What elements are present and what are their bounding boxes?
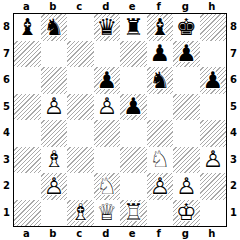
square-g7[interactable]: ♟ [173, 41, 200, 68]
piece-white-pawn-body: ♟ [200, 147, 227, 174]
square-c8[interactable] [67, 14, 94, 41]
chess-board: ♝♞♛♜♝♚♟♟♟♞♟♟♙♟♙♟♝♗♞♘♟♙♟♙♞♘♟♙♟♙♝♗♛♕♜♖♚♔ [13, 13, 227, 227]
file-label-top-g: g [172, 0, 199, 13]
piece-white-bishop: ♗ [41, 147, 68, 174]
square-h1[interactable] [200, 200, 227, 227]
square-b3[interactable]: ♝♗ [41, 147, 68, 174]
square-e2[interactable] [120, 173, 147, 200]
square-e8[interactable]: ♜ [120, 14, 147, 41]
piece-white-knight: ♘ [147, 147, 174, 174]
piece-white-pawn-body: ♟ [41, 94, 68, 121]
square-g5[interactable] [173, 94, 200, 121]
rank-label-left-6: 6 [0, 67, 13, 94]
square-a1[interactable] [14, 200, 41, 227]
file-label-bottom-e: e [119, 227, 146, 240]
square-c2[interactable] [67, 173, 94, 200]
rank-label-right-2: 2 [227, 173, 240, 200]
file-label-top-h: h [199, 0, 226, 13]
corner-spacer [0, 227, 13, 240]
square-h4[interactable] [200, 120, 227, 147]
square-c7[interactable] [67, 41, 94, 68]
piece-white-bishop: ♗ [67, 200, 94, 227]
file-label-bottom-b: b [40, 227, 67, 240]
piece-white-pawn-body: ♟ [173, 173, 200, 200]
square-f7[interactable]: ♟ [147, 41, 174, 68]
square-d7[interactable] [94, 41, 121, 68]
file-label-top-a: a [13, 0, 40, 13]
rank-label-right-5: 5 [227, 94, 240, 121]
file-label-top-c: c [66, 0, 93, 13]
rank-label-left-7: 7 [0, 41, 13, 68]
rank-label-right-7: 7 [227, 41, 240, 68]
piece-white-bishop-body: ♝ [41, 147, 68, 174]
square-g6[interactable] [173, 67, 200, 94]
square-h5[interactable] [200, 94, 227, 121]
file-label-bottom-f: f [146, 227, 173, 240]
square-b8[interactable]: ♞ [41, 14, 68, 41]
square-g1[interactable]: ♚♔ [173, 200, 200, 227]
square-f4[interactable] [147, 120, 174, 147]
square-a3[interactable] [14, 147, 41, 174]
square-h2[interactable] [200, 173, 227, 200]
piece-white-pawn: ♙ [41, 173, 68, 200]
rank-label-right-3: 3 [227, 147, 240, 174]
square-h6[interactable]: ♟ [200, 67, 227, 94]
square-d8[interactable]: ♛ [94, 14, 121, 41]
square-h7[interactable] [200, 41, 227, 68]
piece-white-pawn-body: ♟ [41, 173, 68, 200]
square-h8[interactable] [200, 14, 227, 41]
piece-white-queen: ♕ [94, 200, 121, 227]
square-b1[interactable] [41, 200, 68, 227]
file-label-bottom-h: h [199, 227, 226, 240]
square-a8[interactable]: ♝ [14, 14, 41, 41]
file-label-bottom-d: d [93, 227, 120, 240]
square-d5[interactable]: ♟♙ [94, 94, 121, 121]
square-d4[interactable] [94, 120, 121, 147]
piece-white-knight-body: ♞ [94, 173, 121, 200]
rank-label-right-8: 8 [227, 14, 240, 41]
corner-spacer [0, 0, 13, 13]
square-f2[interactable]: ♟♙ [147, 173, 174, 200]
square-e6[interactable] [120, 67, 147, 94]
piece-white-pawn: ♙ [200, 147, 227, 174]
square-e4[interactable] [120, 120, 147, 147]
piece-white-king: ♔ [173, 200, 200, 227]
square-a4[interactable] [14, 120, 41, 147]
piece-black-pawn: ♟ [120, 94, 147, 121]
square-f6[interactable]: ♞ [147, 67, 174, 94]
rank-label-left-1: 1 [0, 200, 13, 227]
piece-black-queen: ♛ [94, 14, 121, 41]
piece-black-pawn: ♟ [94, 67, 121, 94]
square-b2[interactable]: ♟♙ [41, 173, 68, 200]
rank-label-left-4: 4 [0, 120, 13, 147]
square-a5[interactable] [14, 94, 41, 121]
piece-white-pawn-body: ♟ [147, 173, 174, 200]
square-d2[interactable]: ♞♘ [94, 173, 121, 200]
file-label-bottom-g: g [172, 227, 199, 240]
rank-label-right-6: 6 [227, 67, 240, 94]
piece-black-rook: ♜ [120, 14, 147, 41]
corner-spacer [225, 0, 238, 13]
top-file-labels: abcdefgh [0, 0, 240, 13]
piece-white-pawn-body: ♟ [94, 94, 121, 121]
file-label-top-b: b [40, 0, 67, 13]
right-rank-labels: 87654321 [227, 13, 240, 227]
square-a7[interactable] [14, 41, 41, 68]
square-a2[interactable] [14, 173, 41, 200]
square-c1[interactable]: ♝♗ [67, 200, 94, 227]
square-c5[interactable] [67, 94, 94, 121]
piece-white-pawn: ♙ [173, 173, 200, 200]
piece-black-king: ♚ [173, 14, 200, 41]
file-label-top-d: d [93, 0, 120, 13]
file-label-bottom-c: c [66, 227, 93, 240]
chess-diagram: abcdefgh 87654321 ♝♞♛♜♝♚♟♟♟♞♟♟♙♟♙♟♝♗♞♘♟♙… [0, 0, 240, 240]
file-label-bottom-a: a [13, 227, 40, 240]
piece-black-bishop: ♝ [147, 14, 174, 41]
square-e5[interactable]: ♟ [120, 94, 147, 121]
piece-white-knight: ♘ [94, 173, 121, 200]
bottom-file-labels: abcdefgh [0, 227, 240, 240]
left-rank-labels: 87654321 [0, 13, 13, 227]
piece-black-knight: ♞ [41, 14, 68, 41]
rank-label-left-3: 3 [0, 147, 13, 174]
square-f8[interactable]: ♝ [147, 14, 174, 41]
piece-white-bishop-body: ♝ [67, 200, 94, 227]
square-g3[interactable] [173, 147, 200, 174]
square-a6[interactable] [14, 67, 41, 94]
piece-black-knight: ♞ [147, 67, 174, 94]
file-label-top-f: f [146, 0, 173, 13]
square-f5[interactable] [147, 94, 174, 121]
piece-white-rook-body: ♜ [120, 200, 147, 227]
rank-label-right-1: 1 [227, 200, 240, 227]
square-d3[interactable] [94, 147, 121, 174]
square-f1[interactable] [147, 200, 174, 227]
square-e1[interactable]: ♜♖ [120, 200, 147, 227]
piece-white-king-body: ♚ [173, 200, 200, 227]
square-c4[interactable] [67, 120, 94, 147]
square-e7[interactable] [120, 41, 147, 68]
square-b6[interactable] [41, 67, 68, 94]
file-label-top-e: e [119, 0, 146, 13]
piece-white-knight-body: ♞ [147, 147, 174, 174]
piece-white-queen-body: ♛ [94, 200, 121, 227]
rank-label-left-5: 5 [0, 94, 13, 121]
piece-black-bishop: ♝ [14, 14, 41, 41]
square-b4[interactable] [41, 120, 68, 147]
piece-black-pawn: ♟ [200, 67, 227, 94]
square-d1[interactable]: ♛♕ [94, 200, 121, 227]
square-h3[interactable]: ♟♙ [200, 147, 227, 174]
corner-spacer [225, 227, 238, 240]
square-b5[interactable]: ♟♙ [41, 94, 68, 121]
square-b7[interactable] [41, 41, 68, 68]
piece-white-pawn: ♙ [94, 94, 121, 121]
rank-label-left-2: 2 [0, 173, 13, 200]
square-f3[interactable]: ♞♘ [147, 147, 174, 174]
piece-white-rook: ♖ [120, 200, 147, 227]
piece-white-pawn: ♙ [41, 94, 68, 121]
square-d6[interactable]: ♟ [94, 67, 121, 94]
piece-black-pawn: ♟ [173, 41, 200, 68]
square-g2[interactable]: ♟♙ [173, 173, 200, 200]
square-c6[interactable] [67, 67, 94, 94]
piece-black-pawn: ♟ [147, 41, 174, 68]
square-c3[interactable] [67, 147, 94, 174]
square-e3[interactable] [120, 147, 147, 174]
square-g4[interactable] [173, 120, 200, 147]
piece-white-pawn: ♙ [147, 173, 174, 200]
square-g8[interactable]: ♚ [173, 14, 200, 41]
rank-label-left-8: 8 [0, 14, 13, 41]
rank-label-right-4: 4 [227, 120, 240, 147]
